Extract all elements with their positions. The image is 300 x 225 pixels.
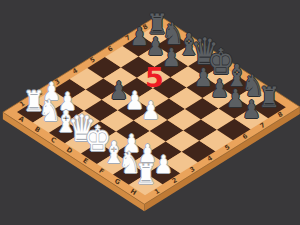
- chess-board: ABCDEFGH1234567812345678: [0, 0, 300, 225]
- overlay-number: 5: [145, 64, 164, 91]
- chess-scene: ABCDEFGH1234567812345678 ♜♞♟♝♟♛♟♚♝♟♞♟♟♟♜…: [0, 0, 300, 225]
